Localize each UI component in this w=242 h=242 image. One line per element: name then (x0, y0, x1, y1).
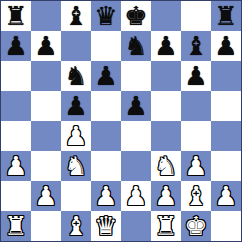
square-d6[interactable]: ♟ (91, 61, 121, 91)
square-h6[interactable] (211, 61, 241, 91)
white-pawn: ♟ (94, 181, 117, 211)
white-bishop: ♝ (184, 181, 207, 211)
square-g7[interactable]: ♝ (181, 31, 211, 61)
square-g1[interactable]: ♚ (181, 211, 211, 241)
white-king: ♚ (184, 211, 207, 241)
square-h2[interactable]: ♟ (211, 181, 241, 211)
square-e5[interactable]: ♟ (121, 91, 151, 121)
square-b5[interactable] (31, 91, 61, 121)
square-d3[interactable] (91, 151, 121, 181)
square-c5[interactable]: ♟ (61, 91, 91, 121)
square-d5[interactable] (91, 91, 121, 121)
white-queen: ♛ (94, 211, 117, 241)
square-h5[interactable] (211, 91, 241, 121)
square-f8[interactable] (151, 1, 181, 31)
square-f5[interactable] (151, 91, 181, 121)
white-rook: ♜ (154, 211, 177, 241)
square-f4[interactable] (151, 121, 181, 151)
square-b4[interactable] (31, 121, 61, 151)
square-d7[interactable] (91, 31, 121, 61)
square-e1[interactable] (121, 211, 151, 241)
square-e2[interactable]: ♟ (121, 181, 151, 211)
square-b3[interactable] (31, 151, 61, 181)
square-e4[interactable] (121, 121, 151, 151)
square-h3[interactable] (211, 151, 241, 181)
square-a4[interactable] (1, 121, 31, 151)
square-c6[interactable]: ♞ (61, 61, 91, 91)
square-f6[interactable] (151, 61, 181, 91)
square-c7[interactable] (61, 31, 91, 61)
white-pawn: ♟ (34, 181, 57, 211)
black-pawn: ♟ (184, 61, 207, 91)
square-a7[interactable]: ♟ (1, 31, 31, 61)
square-h1[interactable] (211, 211, 241, 241)
square-f1[interactable]: ♜ (151, 211, 181, 241)
square-a1[interactable]: ♜ (1, 211, 31, 241)
black-knight: ♞ (124, 31, 147, 61)
square-b6[interactable] (31, 61, 61, 91)
square-g3[interactable]: ♟ (181, 151, 211, 181)
square-b2[interactable]: ♟ (31, 181, 61, 211)
black-knight: ♞ (64, 61, 87, 91)
square-a3[interactable]: ♟ (1, 151, 31, 181)
square-g8[interactable] (181, 1, 211, 31)
square-b8[interactable] (31, 1, 61, 31)
square-c2[interactable] (61, 181, 91, 211)
white-knight: ♞ (154, 151, 177, 181)
square-h4[interactable] (211, 121, 241, 151)
square-f3[interactable]: ♞ (151, 151, 181, 181)
black-pawn: ♟ (64, 91, 87, 121)
square-c8[interactable]: ♝ (61, 1, 91, 31)
white-pawn: ♟ (124, 181, 147, 211)
square-c1[interactable]: ♝ (61, 211, 91, 241)
black-pawn: ♟ (4, 31, 27, 61)
square-a8[interactable]: ♜ (1, 1, 31, 31)
square-d8[interactable]: ♛ (91, 1, 121, 31)
black-pawn: ♟ (94, 61, 117, 91)
black-king: ♚ (124, 1, 147, 31)
white-knight: ♞ (64, 151, 87, 181)
square-e7[interactable]: ♞ (121, 31, 151, 61)
white-pawn: ♟ (154, 181, 177, 211)
square-e6[interactable] (121, 61, 151, 91)
square-g6[interactable]: ♟ (181, 61, 211, 91)
black-pawn: ♟ (154, 31, 177, 61)
square-a2[interactable] (1, 181, 31, 211)
square-d1[interactable]: ♛ (91, 211, 121, 241)
square-g4[interactable] (181, 121, 211, 151)
square-h8[interactable]: ♜ (211, 1, 241, 31)
square-b1[interactable] (31, 211, 61, 241)
black-rook: ♜ (214, 1, 237, 31)
square-d4[interactable] (91, 121, 121, 151)
black-pawn: ♟ (214, 31, 237, 61)
square-f2[interactable]: ♟ (151, 181, 181, 211)
square-d2[interactable]: ♟ (91, 181, 121, 211)
white-pawn: ♟ (64, 121, 87, 151)
square-a5[interactable] (1, 91, 31, 121)
square-h7[interactable]: ♟ (211, 31, 241, 61)
square-f7[interactable]: ♟ (151, 31, 181, 61)
white-rook: ♜ (4, 211, 27, 241)
square-c4[interactable]: ♟ (61, 121, 91, 151)
white-pawn: ♟ (214, 181, 237, 211)
black-bishop: ♝ (64, 1, 87, 31)
white-pawn: ♟ (184, 151, 207, 181)
square-a6[interactable] (1, 61, 31, 91)
square-c3[interactable]: ♞ (61, 151, 91, 181)
square-g5[interactable] (181, 91, 211, 121)
white-pawn: ♟ (4, 151, 27, 181)
black-pawn: ♟ (124, 91, 147, 121)
black-bishop: ♝ (184, 31, 207, 61)
square-e8[interactable]: ♚ (121, 1, 151, 31)
square-g2[interactable]: ♝ (181, 181, 211, 211)
square-e3[interactable] (121, 151, 151, 181)
black-rook: ♜ (4, 1, 27, 31)
black-queen: ♛ (94, 1, 117, 31)
square-b7[interactable]: ♟ (31, 31, 61, 61)
black-pawn: ♟ (34, 31, 57, 61)
chess-board: ♜♝♛♚♜♟♟♞♟♝♟♞♟♟♟♟♟♟♞♞♟♟♟♟♟♝♟♜♝♛♜♚ (0, 0, 242, 242)
white-bishop: ♝ (64, 211, 87, 241)
